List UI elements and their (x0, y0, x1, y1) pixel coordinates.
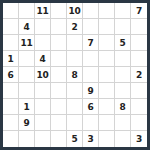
cell-r3c6[interactable]: 7 (83, 35, 99, 51)
cell-r1c5[interactable]: 10 (67, 3, 83, 19)
cell-r6c6[interactable]: 9 (83, 83, 99, 99)
cell-r6c2[interactable] (19, 83, 35, 99)
cell-r2c8[interactable] (115, 19, 131, 35)
cell-r9c6[interactable]: 3 (83, 131, 99, 147)
cell-r6c1[interactable] (3, 83, 19, 99)
puzzle-board: 11107421175146108291689533 (0, 0, 150, 150)
cell-r7c3[interactable] (35, 99, 51, 115)
cell-r5c2[interactable] (19, 67, 35, 83)
cell-r8c1[interactable] (3, 115, 19, 131)
cell-r7c1[interactable] (3, 99, 19, 115)
cell-r7c4[interactable] (51, 99, 67, 115)
cell-r4c4[interactable] (51, 51, 67, 67)
cell-r1c7[interactable] (99, 3, 115, 19)
cell-r5c4[interactable] (51, 67, 67, 83)
cell-r9c8[interactable] (115, 131, 131, 147)
cell-r5c1[interactable]: 6 (3, 67, 19, 83)
cell-r3c1[interactable] (3, 35, 19, 51)
cell-r5c8[interactable] (115, 67, 131, 83)
cell-r6c8[interactable] (115, 83, 131, 99)
cell-r3c4[interactable] (51, 35, 67, 51)
cell-r9c5[interactable]: 5 (67, 131, 83, 147)
cell-r4c3[interactable]: 4 (35, 51, 51, 67)
cell-r4c1[interactable]: 1 (3, 51, 19, 67)
cell-r8c8[interactable] (115, 115, 131, 131)
cell-r9c4[interactable] (51, 131, 67, 147)
cell-r7c5[interactable] (67, 99, 83, 115)
cell-r5c5[interactable]: 8 (67, 67, 83, 83)
cell-r4c6[interactable] (83, 51, 99, 67)
cell-r7c9[interactable] (131, 99, 147, 115)
cell-r5c3[interactable]: 10 (35, 67, 51, 83)
cell-r3c3[interactable] (35, 35, 51, 51)
cell-r6c5[interactable] (67, 83, 83, 99)
cell-r5c7[interactable] (99, 67, 115, 83)
cell-r2c4[interactable] (51, 19, 67, 35)
cell-r6c7[interactable] (99, 83, 115, 99)
cell-r3c2[interactable]: 11 (19, 35, 35, 51)
cell-r2c3[interactable] (35, 19, 51, 35)
cell-r8c6[interactable] (83, 115, 99, 131)
cell-r8c2[interactable]: 9 (19, 115, 35, 131)
cell-r7c2[interactable]: 1 (19, 99, 35, 115)
cell-r1c9[interactable]: 7 (131, 3, 147, 19)
cell-r7c8[interactable]: 8 (115, 99, 131, 115)
cell-r8c9[interactable] (131, 115, 147, 131)
cell-r1c8[interactable] (115, 3, 131, 19)
cell-r2c5[interactable]: 2 (67, 19, 83, 35)
cell-r1c1[interactable] (3, 3, 19, 19)
cell-r4c2[interactable] (19, 51, 35, 67)
cell-r7c7[interactable] (99, 99, 115, 115)
cell-r1c2[interactable] (19, 3, 35, 19)
cell-r8c4[interactable] (51, 115, 67, 131)
cell-r8c7[interactable] (99, 115, 115, 131)
cell-r4c7[interactable] (99, 51, 115, 67)
cell-r6c4[interactable] (51, 83, 67, 99)
cell-r2c9[interactable] (131, 19, 147, 35)
cell-r2c1[interactable] (3, 19, 19, 35)
cell-r8c3[interactable] (35, 115, 51, 131)
cell-r8c5[interactable] (67, 115, 83, 131)
cell-r9c7[interactable] (99, 131, 115, 147)
cell-r6c9[interactable] (131, 83, 147, 99)
cell-r9c1[interactable] (3, 131, 19, 147)
cell-r1c6[interactable] (83, 3, 99, 19)
cell-r4c5[interactable] (67, 51, 83, 67)
cell-r2c2[interactable]: 4 (19, 19, 35, 35)
cell-r5c6[interactable] (83, 67, 99, 83)
cell-r4c8[interactable] (115, 51, 131, 67)
cell-r9c9[interactable]: 3 (131, 131, 147, 147)
cell-r3c7[interactable] (99, 35, 115, 51)
cell-r2c7[interactable] (99, 19, 115, 35)
cell-r3c8[interactable]: 5 (115, 35, 131, 51)
cell-r7c6[interactable]: 6 (83, 99, 99, 115)
cell-r4c9[interactable] (131, 51, 147, 67)
cell-r3c9[interactable] (131, 35, 147, 51)
cell-r5c9[interactable]: 2 (131, 67, 147, 83)
cell-r9c3[interactable] (35, 131, 51, 147)
cell-r3c5[interactable] (67, 35, 83, 51)
cell-r1c4[interactable] (51, 3, 67, 19)
cell-r1c3[interactable]: 11 (35, 3, 51, 19)
cell-r9c2[interactable] (19, 131, 35, 147)
cell-r2c6[interactable] (83, 19, 99, 35)
cell-r6c3[interactable] (35, 83, 51, 99)
